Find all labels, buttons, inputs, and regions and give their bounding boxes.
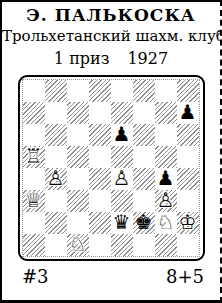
square-e2: ♛	[111, 212, 133, 234]
chess-board-frame: ♟♟♖♙♙♟♕♙♛♚♘♔♘	[18, 75, 205, 261]
square-g5	[155, 146, 177, 168]
square-c4	[67, 168, 89, 190]
square-b6	[45, 124, 67, 146]
square-h5	[177, 146, 199, 168]
square-a6	[23, 124, 45, 146]
square-c1: ♘	[67, 234, 89, 256]
white-queen-a3: ♕	[25, 190, 43, 211]
square-f2: ♚	[133, 212, 155, 234]
square-g4: ♟	[155, 168, 177, 190]
square-d1	[89, 234, 111, 256]
square-h8	[177, 80, 199, 102]
author-name: Э. ПАЛЬКОСКА	[2, 5, 220, 25]
material-count-label: 8+5	[166, 266, 204, 287]
square-g7	[155, 102, 177, 124]
square-e3	[111, 190, 133, 212]
white-pawn-b4: ♙	[47, 168, 65, 189]
square-a8	[23, 80, 45, 102]
square-c6	[67, 124, 89, 146]
square-d4	[89, 168, 111, 190]
square-a4	[23, 168, 45, 190]
square-g1	[155, 234, 177, 256]
stipulation-label: #3	[22, 266, 49, 287]
square-h3	[177, 190, 199, 212]
square-f5	[133, 146, 155, 168]
problem-diagram-page: Э. ПАЛЬКОСКА Трольхетанский шахм. клуб 1…	[0, 0, 222, 303]
square-d2	[89, 212, 111, 234]
award-line: 1 приз 1927	[2, 49, 220, 68]
black-king-f2: ♚	[135, 212, 153, 233]
square-c3	[67, 190, 89, 212]
square-h1	[177, 234, 199, 256]
black-pawn-g4: ♟	[157, 168, 175, 189]
square-a7	[23, 102, 45, 124]
square-b8	[45, 80, 67, 102]
white-king-h2: ♔	[179, 212, 197, 233]
square-g6	[155, 124, 177, 146]
square-d6	[89, 124, 111, 146]
square-a3: ♕	[23, 190, 45, 212]
square-d3	[89, 190, 111, 212]
square-h4	[177, 168, 199, 190]
square-a1	[23, 234, 45, 256]
square-e7	[111, 102, 133, 124]
square-g8	[155, 80, 177, 102]
square-d5	[89, 146, 111, 168]
square-d7	[89, 102, 111, 124]
white-knight-g2: ♘	[157, 212, 175, 233]
square-b3	[45, 190, 67, 212]
square-a2	[23, 212, 45, 234]
black-queen-e2: ♛	[113, 212, 131, 233]
square-e6: ♟	[111, 124, 133, 146]
square-f1	[133, 234, 155, 256]
square-b4: ♙	[45, 168, 67, 190]
white-rook-a5: ♖	[25, 146, 43, 167]
square-e8	[111, 80, 133, 102]
black-pawn-h7: ♟	[179, 102, 197, 123]
square-b5	[45, 146, 67, 168]
square-c2	[67, 212, 89, 234]
square-f6	[133, 124, 155, 146]
black-pawn-e6: ♟	[113, 124, 131, 145]
square-e5	[111, 146, 133, 168]
square-e4: ♙	[111, 168, 133, 190]
square-c7	[67, 102, 89, 124]
white-knight-c1: ♘	[69, 234, 87, 255]
square-g2: ♘	[155, 212, 177, 234]
white-pawn-g3: ♙	[157, 190, 175, 211]
square-f7	[133, 102, 155, 124]
chess-board: ♟♟♖♙♙♟♕♙♛♚♘♔♘	[23, 80, 199, 256]
square-b1	[45, 234, 67, 256]
square-g3: ♙	[155, 190, 177, 212]
square-c5	[67, 146, 89, 168]
award-prize: 1 приз	[54, 49, 110, 68]
square-d8	[89, 80, 111, 102]
stipulation-row: #3 8+5	[2, 266, 220, 287]
square-e1	[111, 234, 133, 256]
square-a5: ♖	[23, 146, 45, 168]
square-f8	[133, 80, 155, 102]
square-f3	[133, 190, 155, 212]
award-year: 1927	[127, 49, 168, 68]
square-f4	[133, 168, 155, 190]
square-h7: ♟	[177, 102, 199, 124]
square-b7	[45, 102, 67, 124]
square-c8	[67, 80, 89, 102]
square-b2	[45, 212, 67, 234]
square-h2: ♔	[177, 212, 199, 234]
tourney-source: Трольхетанский шахм. клуб	[2, 27, 220, 45]
square-h6	[177, 124, 199, 146]
white-pawn-e4: ♙	[113, 168, 131, 189]
